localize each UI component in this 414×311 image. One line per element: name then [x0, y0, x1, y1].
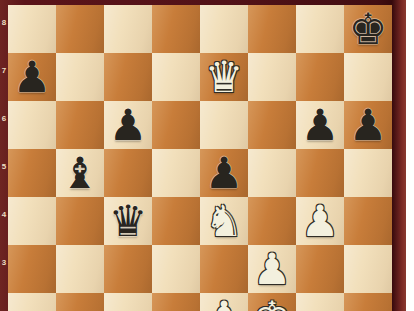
rank-label-3: 3	[0, 258, 8, 267]
square-c3[interactable]	[104, 245, 152, 293]
square-g4[interactable]: ♟	[296, 197, 344, 245]
white-queen: ♛	[205, 53, 244, 101]
square-d4[interactable]	[152, 197, 200, 245]
square-f5[interactable]	[248, 149, 296, 197]
chess-board: ♚♟♛♟♟♟♝♟♛♞♟♟♟♚	[8, 5, 392, 311]
square-h3[interactable]	[344, 245, 392, 293]
black-pawn: ♟	[109, 101, 148, 149]
square-a2[interactable]	[8, 293, 56, 311]
square-e3[interactable]	[200, 245, 248, 293]
square-g3[interactable]	[296, 245, 344, 293]
square-a6[interactable]	[8, 101, 56, 149]
square-f2[interactable]: ♚	[248, 293, 296, 311]
square-a4[interactable]	[8, 197, 56, 245]
rank-label-7: 7	[0, 66, 8, 75]
square-g2[interactable]	[296, 293, 344, 311]
square-f6[interactable]	[248, 101, 296, 149]
square-d5[interactable]	[152, 149, 200, 197]
square-c4[interactable]: ♛	[104, 197, 152, 245]
white-pawn: ♟	[301, 197, 340, 245]
square-c7[interactable]	[104, 53, 152, 101]
square-e8[interactable]	[200, 5, 248, 53]
square-d6[interactable]	[152, 101, 200, 149]
black-pawn: ♟	[301, 101, 340, 149]
black-pawn: ♟	[349, 101, 388, 149]
black-pawn: ♟	[205, 149, 244, 197]
square-f3[interactable]: ♟	[248, 245, 296, 293]
square-d7[interactable]	[152, 53, 200, 101]
square-e2[interactable]: ♟	[200, 293, 248, 311]
square-b3[interactable]	[56, 245, 104, 293]
black-queen: ♛	[109, 197, 148, 245]
square-e6[interactable]	[200, 101, 248, 149]
square-a3[interactable]	[8, 245, 56, 293]
white-knight: ♞	[205, 197, 244, 245]
black-pawn: ♟	[13, 53, 52, 101]
square-f7[interactable]	[248, 53, 296, 101]
square-a7[interactable]: ♟	[8, 53, 56, 101]
square-c5[interactable]	[104, 149, 152, 197]
square-b5[interactable]: ♝	[56, 149, 104, 197]
square-b8[interactable]	[56, 5, 104, 53]
square-f8[interactable]	[248, 5, 296, 53]
square-g8[interactable]	[296, 5, 344, 53]
square-c8[interactable]	[104, 5, 152, 53]
square-g5[interactable]	[296, 149, 344, 197]
square-d8[interactable]	[152, 5, 200, 53]
square-h5[interactable]	[344, 149, 392, 197]
square-e5[interactable]: ♟	[200, 149, 248, 197]
rank-label-6: 6	[0, 114, 8, 123]
square-b2[interactable]	[56, 293, 104, 311]
square-h4[interactable]	[344, 197, 392, 245]
black-king: ♚	[349, 5, 388, 53]
square-h2[interactable]	[344, 293, 392, 311]
square-c6[interactable]: ♟	[104, 101, 152, 149]
square-g6[interactable]: ♟	[296, 101, 344, 149]
square-d3[interactable]	[152, 245, 200, 293]
chess-board-screenshot: ♚♟♛♟♟♟♝♟♛♞♟♟♟♚ 876543	[0, 0, 414, 311]
board-frame: ♚♟♛♟♟♟♝♟♛♞♟♟♟♚ 876543	[0, 0, 406, 311]
square-h6[interactable]: ♟	[344, 101, 392, 149]
square-b4[interactable]	[56, 197, 104, 245]
black-bishop: ♝	[61, 149, 100, 197]
square-h7[interactable]	[344, 53, 392, 101]
square-b7[interactable]	[56, 53, 104, 101]
square-a5[interactable]	[8, 149, 56, 197]
square-g7[interactable]	[296, 53, 344, 101]
square-f4[interactable]	[248, 197, 296, 245]
rank-label-5: 5	[0, 162, 8, 171]
square-a8[interactable]	[8, 5, 56, 53]
white-pawn: ♟	[205, 293, 244, 311]
rank-label-8: 8	[0, 18, 8, 27]
white-pawn: ♟	[253, 245, 292, 293]
white-king: ♚	[253, 293, 292, 311]
rank-label-4: 4	[0, 210, 8, 219]
square-e7[interactable]: ♛	[200, 53, 248, 101]
square-e4[interactable]: ♞	[200, 197, 248, 245]
square-c2[interactable]	[104, 293, 152, 311]
square-b6[interactable]	[56, 101, 104, 149]
square-h8[interactable]: ♚	[344, 5, 392, 53]
square-d2[interactable]	[152, 293, 200, 311]
